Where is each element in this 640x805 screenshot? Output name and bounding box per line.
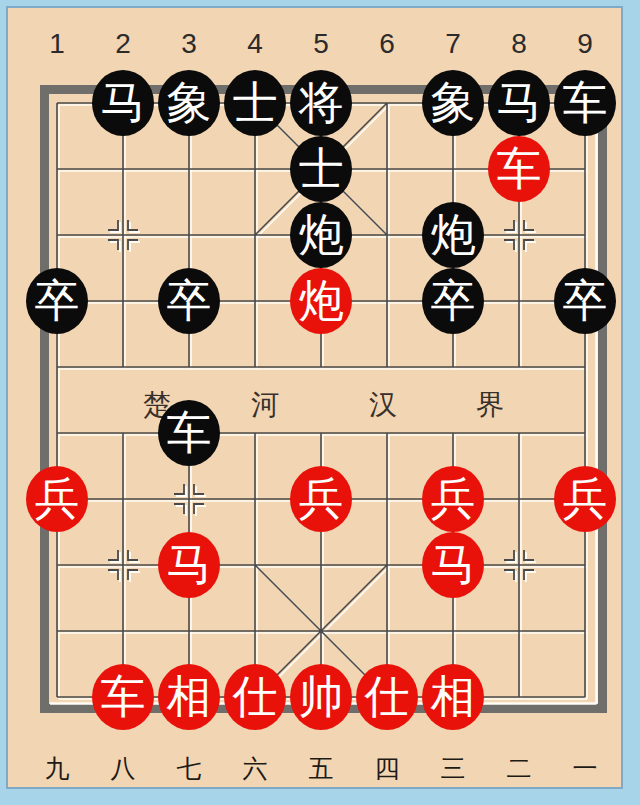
piece-red-advisor-f4r10[interactable]: 仕 [224,664,286,730]
piece-black-elephant-f7r1[interactable]: 象 [422,70,484,136]
river-char-4: 界 [468,386,512,424]
file-label-bottom-9: 一 [552,752,618,785]
piece-black-soldier-f9r4[interactable]: 卒 [554,268,616,334]
file-label-top-5: 5 [288,28,354,60]
file-label-top-7: 7 [420,28,486,60]
piece-black-advisor-f5r2[interactable]: 士 [290,136,352,202]
piece-black-cannon-f7r3[interactable]: 炮 [422,202,484,268]
river-char-3: 汉 [361,386,405,424]
piece-black-horse-f8r1[interactable]: 马 [488,70,550,136]
file-label-top-4: 4 [222,28,288,60]
file-label-bottom-4: 六 [222,752,288,785]
piece-red-chariot-f2r10[interactable]: 车 [92,664,154,730]
piece-black-advisor-f4r1[interactable]: 士 [224,70,286,136]
file-label-bottom-7: 三 [420,752,486,785]
piece-black-elephant-f3r1[interactable]: 象 [158,70,220,136]
piece-red-soldier-f9r7[interactable]: 兵 [554,466,616,532]
piece-red-horse-f3r8[interactable]: 马 [158,532,220,598]
file-label-top-6: 6 [354,28,420,60]
file-label-bottom-6: 四 [354,752,420,785]
piece-red-chariot-f8r2[interactable]: 车 [488,136,550,202]
file-label-bottom-8: 二 [486,752,552,785]
piece-black-chariot-f9r1[interactable]: 车 [554,70,616,136]
piece-red-advisor-f6r10[interactable]: 仕 [356,664,418,730]
piece-red-soldier-f5r7[interactable]: 兵 [290,466,352,532]
file-label-bottom-2: 八 [90,752,156,785]
xiangqi-board: 123456789 楚河汉界 马象士将象马车士车炮炮卒卒炮卒卒车兵兵兵兵马马车相… [0,0,640,805]
piece-red-general-f5r10[interactable]: 帅 [290,664,352,730]
piece-red-soldier-f7r7[interactable]: 兵 [422,466,484,532]
piece-red-elephant-f7r10[interactable]: 相 [422,664,484,730]
piece-red-soldier-f1r7[interactable]: 兵 [26,466,88,532]
file-label-bottom-1: 九 [24,752,90,785]
piece-black-chariot-f3r6[interactable]: 车 [158,400,220,466]
file-label-top-8: 8 [486,28,552,60]
file-label-top-1: 1 [24,28,90,60]
file-label-top-2: 2 [90,28,156,60]
piece-red-horse-f7r8[interactable]: 马 [422,532,484,598]
river-char-2: 河 [243,386,287,424]
piece-black-horse-f2r1[interactable]: 马 [92,70,154,136]
piece-black-soldier-f7r4[interactable]: 卒 [422,268,484,334]
piece-red-cannon-f5r4[interactable]: 炮 [290,268,352,334]
piece-black-soldier-f3r4[interactable]: 卒 [158,268,220,334]
piece-black-cannon-f5r3[interactable]: 炮 [290,202,352,268]
file-label-bottom-3: 七 [156,752,222,785]
file-label-bottom-5: 五 [288,752,354,785]
piece-black-soldier-f1r4[interactable]: 卒 [26,268,88,334]
piece-red-elephant-f3r10[interactable]: 相 [158,664,220,730]
file-label-top-3: 3 [156,28,222,60]
file-label-top-9: 9 [552,28,618,60]
piece-black-general-f5r1[interactable]: 将 [290,70,352,136]
